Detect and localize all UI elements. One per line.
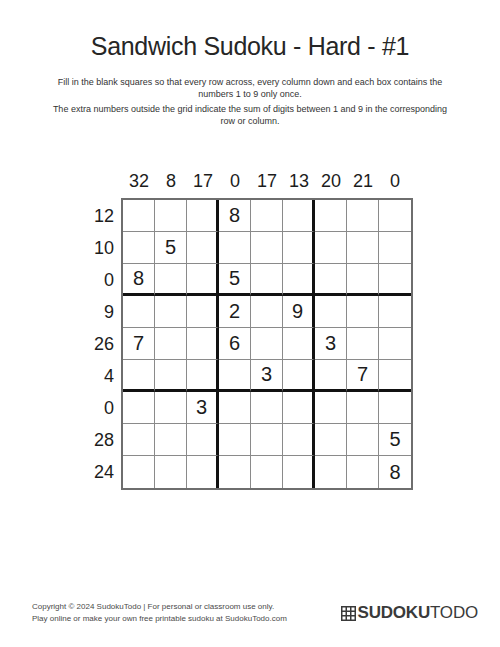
cell-r2c4[interactable] [219, 232, 251, 264]
col-clue-9: 0 [379, 168, 411, 192]
cell-r8c3[interactable] [187, 424, 219, 456]
cell-r7c6[interactable] [283, 392, 315, 424]
cell-r9c3[interactable] [187, 456, 219, 488]
col-clue-1: 32 [123, 168, 155, 192]
cell-r5c5[interactable] [251, 328, 283, 360]
cell-r5c7[interactable]: 3 [315, 328, 347, 360]
col-clue-3: 17 [187, 168, 219, 192]
row-clue-1: 12 [70, 200, 114, 232]
cell-r7c2[interactable] [155, 392, 187, 424]
cell-r3c4[interactable]: 5 [219, 264, 251, 296]
row-clue-5: 26 [70, 328, 114, 360]
cell-r3c3[interactable] [187, 264, 219, 296]
cell-r6c4[interactable] [219, 360, 251, 392]
cell-r7c9[interactable] [379, 392, 411, 424]
cell-r3c5[interactable] [251, 264, 283, 296]
sudoku-board: 85852976337358 [121, 198, 413, 490]
cell-r4c2[interactable] [155, 296, 187, 328]
sudokutodo-logo: SUDOKUTODO [341, 603, 479, 623]
cell-r9c2[interactable] [155, 456, 187, 488]
row-clue-6: 4 [70, 360, 114, 392]
col-clue-8: 21 [347, 168, 379, 192]
cell-r8c6[interactable] [283, 424, 315, 456]
cell-r9c8[interactable] [347, 456, 379, 488]
cell-r7c8[interactable] [347, 392, 379, 424]
cell-r6c1[interactable] [123, 360, 155, 392]
row-clue-7: 0 [70, 392, 114, 424]
cell-r1c8[interactable] [347, 200, 379, 232]
logo-text-todo: TODO [430, 603, 478, 622]
cell-r5c1[interactable]: 7 [123, 328, 155, 360]
cell-r4c6[interactable]: 9 [283, 296, 315, 328]
row-clue-4: 9 [70, 296, 114, 328]
cell-r2c9[interactable] [379, 232, 411, 264]
cell-r8c9[interactable]: 5 [379, 424, 411, 456]
col-clue-2: 8 [155, 168, 187, 192]
cell-r8c5[interactable] [251, 424, 283, 456]
col-clue-4: 0 [219, 168, 251, 192]
instructions-sandwich: The extra numbers outside the grid indic… [50, 103, 450, 127]
cell-r5c6[interactable] [283, 328, 315, 360]
cell-r3c9[interactable] [379, 264, 411, 296]
cell-r2c1[interactable] [123, 232, 155, 264]
cell-r9c1[interactable] [123, 456, 155, 488]
logo-wordmark: SUDOKUTODO [358, 603, 479, 623]
cell-r4c9[interactable] [379, 296, 411, 328]
cell-r7c1[interactable] [123, 392, 155, 424]
cell-r5c2[interactable] [155, 328, 187, 360]
col-clue-6: 13 [283, 168, 315, 192]
cell-r7c7[interactable] [315, 392, 347, 424]
cell-r9c5[interactable] [251, 456, 283, 488]
row-clue-2: 10 [70, 232, 114, 264]
cell-r6c5[interactable]: 3 [251, 360, 283, 392]
cell-r1c9[interactable] [379, 200, 411, 232]
cell-r4c1[interactable] [123, 296, 155, 328]
cell-r9c7[interactable] [315, 456, 347, 488]
cell-r2c5[interactable] [251, 232, 283, 264]
cell-r8c1[interactable] [123, 424, 155, 456]
cell-r6c2[interactable] [155, 360, 187, 392]
cell-r1c2[interactable] [155, 200, 187, 232]
cell-r4c5[interactable] [251, 296, 283, 328]
footer-copyright: Copyright © 2024 SudokuTodo | For person… [32, 601, 287, 625]
cell-r6c9[interactable] [379, 360, 411, 392]
logo-text-sudoku: SUDOKU [358, 603, 430, 622]
cell-r2c6[interactable] [283, 232, 315, 264]
cell-r7c3[interactable]: 3 [187, 392, 219, 424]
row-clues: 12100926402824 [70, 200, 114, 488]
cell-r4c7[interactable] [315, 296, 347, 328]
cell-r8c7[interactable] [315, 424, 347, 456]
cell-r3c2[interactable] [155, 264, 187, 296]
row-clue-9: 24 [70, 456, 114, 488]
cell-r2c3[interactable] [187, 232, 219, 264]
cell-r4c3[interactable] [187, 296, 219, 328]
cell-r8c8[interactable] [347, 424, 379, 456]
cell-r1c7[interactable] [315, 200, 347, 232]
cell-r3c8[interactable] [347, 264, 379, 296]
cell-r8c2[interactable] [155, 424, 187, 456]
cell-r3c7[interactable] [315, 264, 347, 296]
cell-r3c6[interactable] [283, 264, 315, 296]
footer-line-1: Copyright © 2024 SudokuTodo | For person… [32, 601, 287, 613]
cell-r9c4[interactable] [219, 456, 251, 488]
col-clue-5: 17 [251, 168, 283, 192]
row-clue-3: 0 [70, 264, 114, 296]
cell-r9c9[interactable]: 8 [379, 456, 411, 488]
cell-r5c3[interactable] [187, 328, 219, 360]
cell-r4c4[interactable]: 2 [219, 296, 251, 328]
col-clue-7: 20 [315, 168, 347, 192]
cell-r7c4[interactable] [219, 392, 251, 424]
cell-r8c4[interactable] [219, 424, 251, 456]
page-title: Sandwich Sudoku - Hard - #1 [0, 32, 500, 61]
cell-r5c8[interactable] [347, 328, 379, 360]
cell-r2c7[interactable] [315, 232, 347, 264]
cell-r6c3[interactable] [187, 360, 219, 392]
cell-r6c6[interactable] [283, 360, 315, 392]
cell-r5c4[interactable]: 6 [219, 328, 251, 360]
cell-r5c9[interactable] [379, 328, 411, 360]
cell-r1c3[interactable] [187, 200, 219, 232]
cell-r6c8[interactable]: 7 [347, 360, 379, 392]
column-clues: 328170171320210 [123, 168, 411, 192]
cell-r7c5[interactable] [251, 392, 283, 424]
cell-r2c8[interactable] [347, 232, 379, 264]
cell-r2c2[interactable]: 5 [155, 232, 187, 264]
instructions-rules: Fill in the blank squares so that every … [50, 76, 450, 100]
cell-r9c6[interactable] [283, 456, 315, 488]
cell-r1c5[interactable] [251, 200, 283, 232]
cell-r1c6[interactable] [283, 200, 315, 232]
cell-r3c1[interactable]: 8 [123, 264, 155, 296]
row-clue-8: 28 [70, 424, 114, 456]
footer-line-2: Play online or make your own free printa… [32, 613, 287, 625]
sudoku-grid-icon [341, 606, 356, 621]
cell-r1c1[interactable] [123, 200, 155, 232]
cell-r1c4[interactable]: 8 [219, 200, 251, 232]
cell-r6c7[interactable] [315, 360, 347, 392]
cell-r4c8[interactable] [347, 296, 379, 328]
